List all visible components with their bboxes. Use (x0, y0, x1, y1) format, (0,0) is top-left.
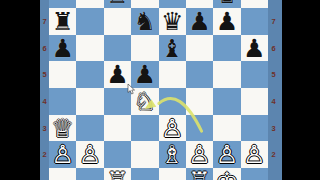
square-g3[interactable] (213, 115, 240, 142)
square-a6[interactable]: ♟ (49, 35, 76, 62)
square-c4[interactable] (104, 88, 131, 115)
square-h1[interactable] (241, 168, 268, 180)
square-e2[interactable]: ♗ (159, 141, 186, 168)
rank-label-5-left: 5 (40, 70, 49, 79)
square-e7[interactable]: ♛ (159, 8, 186, 35)
square-f6[interactable] (186, 35, 213, 62)
rank-label-5-right: 5 (269, 70, 278, 79)
white-pawn-f2[interactable]: ♙ (188, 142, 210, 167)
video-frame: ♜♚♜♞♛♟♟♟♝♟♟♟♘♕♙♙♙♗♙♙♙♖♖♔ 776655443322 (0, 0, 320, 180)
square-g7[interactable]: ♟ (213, 8, 240, 35)
white-pawn-h2[interactable]: ♙ (243, 142, 265, 167)
square-c6[interactable] (104, 35, 131, 62)
square-f2[interactable]: ♙ (186, 141, 213, 168)
rank-label-6-right: 6 (269, 44, 278, 53)
black-bishop-e6[interactable]: ♝ (161, 36, 183, 61)
square-g6[interactable] (213, 35, 240, 62)
white-pawn-a2[interactable]: ♙ (51, 142, 73, 167)
square-g2[interactable]: ♙ (213, 141, 240, 168)
square-b4[interactable] (76, 88, 103, 115)
square-f3[interactable] (186, 115, 213, 142)
square-b7[interactable] (76, 8, 103, 35)
square-e1[interactable] (159, 168, 186, 180)
square-d3[interactable] (131, 115, 158, 142)
rank-label-6-left: 6 (40, 44, 49, 53)
square-b5[interactable] (76, 61, 103, 88)
black-pawn-a6[interactable]: ♟ (51, 36, 73, 61)
square-h5[interactable] (241, 61, 268, 88)
square-h3[interactable] (241, 115, 268, 142)
square-c1[interactable]: ♖ (104, 168, 131, 180)
black-pawn-c5[interactable]: ♟ (106, 62, 128, 87)
square-b1[interactable] (76, 168, 103, 180)
square-a1[interactable] (49, 168, 76, 180)
white-pawn-g2[interactable]: ♙ (216, 142, 238, 167)
white-queen-a3[interactable]: ♕ (51, 116, 73, 141)
square-e6[interactable]: ♝ (159, 35, 186, 62)
square-d1[interactable] (131, 168, 158, 180)
square-e3[interactable]: ♙ (159, 115, 186, 142)
black-pawn-h6[interactable]: ♟ (243, 36, 265, 61)
square-h4[interactable] (241, 88, 268, 115)
black-rook-c8[interactable]: ♜ (106, 0, 128, 7)
square-d4[interactable]: ♘ (131, 88, 158, 115)
white-bishop-e2[interactable]: ♗ (161, 142, 183, 167)
square-f4[interactable] (186, 88, 213, 115)
white-knight-d4[interactable]: ♘ (134, 89, 156, 114)
square-a7[interactable]: ♜ (49, 8, 76, 35)
square-f7[interactable]: ♟ (186, 8, 213, 35)
square-c8[interactable]: ♜ (104, 0, 131, 8)
square-a3[interactable]: ♕ (49, 115, 76, 142)
square-e5[interactable] (159, 61, 186, 88)
white-rook-c1[interactable]: ♖ (106, 169, 128, 180)
square-h8[interactable] (241, 0, 268, 8)
white-king-g1[interactable]: ♔ (216, 169, 238, 180)
square-f5[interactable] (186, 61, 213, 88)
black-pawn-f7[interactable]: ♟ (188, 9, 210, 34)
square-a2[interactable]: ♙ (49, 141, 76, 168)
rank-label-7-left: 7 (40, 17, 49, 26)
square-h6[interactable]: ♟ (241, 35, 268, 62)
rank-label-2-left: 2 (40, 150, 49, 159)
square-a4[interactable] (49, 88, 76, 115)
square-d6[interactable] (131, 35, 158, 62)
square-b8[interactable] (76, 0, 103, 8)
white-rook-f1[interactable]: ♖ (188, 169, 210, 180)
rank-label-4-right: 4 (269, 97, 278, 106)
square-b3[interactable] (76, 115, 103, 142)
square-a5[interactable] (49, 61, 76, 88)
white-pawn-e3[interactable]: ♙ (161, 116, 183, 141)
square-g1[interactable]: ♔ (213, 168, 240, 180)
square-g4[interactable] (213, 88, 240, 115)
rank-label-3-left: 3 (40, 124, 49, 133)
square-b6[interactable] (76, 35, 103, 62)
white-pawn-b2[interactable]: ♙ (79, 142, 101, 167)
square-c5[interactable]: ♟ (104, 61, 131, 88)
black-queen-e7[interactable]: ♛ (161, 9, 183, 34)
square-d5[interactable]: ♟ (131, 61, 158, 88)
square-d7[interactable]: ♞ (131, 8, 158, 35)
rank-label-7-right: 7 (269, 17, 278, 26)
square-h7[interactable] (241, 8, 268, 35)
square-h2[interactable]: ♙ (241, 141, 268, 168)
black-pawn-d5[interactable]: ♟ (134, 62, 156, 87)
square-e4[interactable] (159, 88, 186, 115)
square-c7[interactable] (104, 8, 131, 35)
square-b2[interactable]: ♙ (76, 141, 103, 168)
rank-label-2-right: 2 (269, 150, 278, 159)
rank-label-4-left: 4 (40, 97, 49, 106)
square-f1[interactable]: ♖ (186, 168, 213, 180)
square-d2[interactable] (131, 141, 158, 168)
black-rook-a7[interactable]: ♜ (51, 9, 73, 34)
black-knight-d7[interactable]: ♞ (134, 9, 156, 34)
black-pawn-g7[interactable]: ♟ (216, 9, 238, 34)
chess-board: ♜♚♜♞♛♟♟♟♝♟♟♟♘♕♙♙♙♗♙♙♙♖♖♔ (49, 0, 268, 180)
square-c2[interactable] (104, 141, 131, 168)
square-c3[interactable] (104, 115, 131, 142)
rank-label-3-right: 3 (269, 124, 278, 133)
square-g5[interactable] (213, 61, 240, 88)
